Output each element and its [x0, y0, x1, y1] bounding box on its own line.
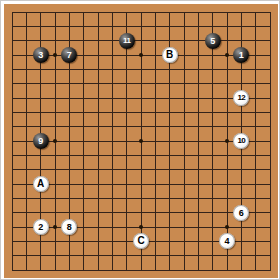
- star-point: [139, 225, 143, 229]
- grid-line-vertical: [155, 12, 156, 271]
- grid-line-horizontal: [12, 255, 271, 256]
- marker-letter: A: [33, 176, 49, 192]
- grid-line-vertical: [83, 12, 84, 271]
- stone-number: 2: [33, 219, 49, 235]
- grid-line-vertical: [98, 12, 99, 271]
- stone-number: 12: [233, 90, 249, 106]
- grid-line-vertical: [212, 12, 213, 271]
- grid-line-horizontal: [12, 112, 271, 113]
- grid-line-vertical: [12, 12, 13, 271]
- stone-1-black[interactable]: 1: [233, 47, 249, 63]
- star-point: [53, 225, 57, 229]
- star-point: [225, 225, 229, 229]
- go-board[interactable]: 123456789101112ABC: [4, 4, 278, 278]
- go-diagram: 123456789101112ABC: [0, 0, 280, 280]
- stone-8-white[interactable]: 8: [61, 219, 77, 235]
- stone-number: 10: [233, 133, 249, 149]
- star-point: [53, 53, 57, 57]
- stone-number: 5: [205, 33, 221, 49]
- grid-line-horizontal: [12, 40, 271, 41]
- stone-number: 4: [219, 233, 235, 249]
- stone-7-black[interactable]: 7: [61, 47, 77, 63]
- grid-line-horizontal: [12, 212, 271, 213]
- marker-letter: C: [133, 233, 149, 249]
- grid-line-vertical: [112, 12, 113, 271]
- grid-line-horizontal: [12, 26, 271, 27]
- grid-line-vertical: [198, 12, 199, 271]
- grid-line-horizontal: [12, 198, 271, 199]
- star-point: [225, 53, 229, 57]
- marker-a[interactable]: A: [33, 176, 49, 192]
- stone-number: 9: [33, 133, 49, 149]
- stone-number: 3: [33, 47, 49, 63]
- marker-letter: B: [162, 47, 178, 63]
- stone-2-white[interactable]: 2: [33, 219, 49, 235]
- stone-10-white[interactable]: 10: [233, 133, 249, 149]
- grid-line-horizontal: [12, 126, 271, 127]
- stone-4-white[interactable]: 4: [219, 233, 235, 249]
- stone-number: 8: [61, 219, 77, 235]
- stone-number: 11: [119, 33, 135, 49]
- stone-9-black[interactable]: 9: [33, 133, 49, 149]
- grid-line-horizontal: [12, 83, 271, 84]
- grid-line-horizontal: [12, 270, 271, 271]
- marker-b[interactable]: B: [162, 47, 178, 63]
- grid-line-horizontal: [12, 184, 271, 185]
- stone-5-black[interactable]: 5: [205, 33, 221, 49]
- star-point: [53, 139, 57, 143]
- grid-line-horizontal: [12, 155, 271, 156]
- star-point: [139, 53, 143, 57]
- grid-line-vertical: [184, 12, 185, 271]
- grid-line-vertical: [270, 12, 271, 271]
- stone-number: 7: [61, 47, 77, 63]
- marker-c[interactable]: C: [133, 233, 149, 249]
- stone-number: 6: [233, 205, 249, 221]
- star-point: [139, 139, 143, 143]
- grid-line-horizontal: [12, 12, 271, 13]
- stone-6-white[interactable]: 6: [233, 205, 249, 221]
- grid-line-horizontal: [12, 169, 271, 170]
- grid-line-horizontal: [12, 98, 271, 99]
- grid-line-horizontal: [12, 69, 271, 70]
- grid-line-vertical: [255, 12, 256, 271]
- grid-line-vertical: [126, 12, 127, 271]
- stone-3-black[interactable]: 3: [33, 47, 49, 63]
- stone-11-black[interactable]: 11: [119, 33, 135, 49]
- star-point: [225, 139, 229, 143]
- stone-12-white[interactable]: 12: [233, 90, 249, 106]
- stone-number: 1: [233, 47, 249, 63]
- grid-line-vertical: [26, 12, 27, 271]
